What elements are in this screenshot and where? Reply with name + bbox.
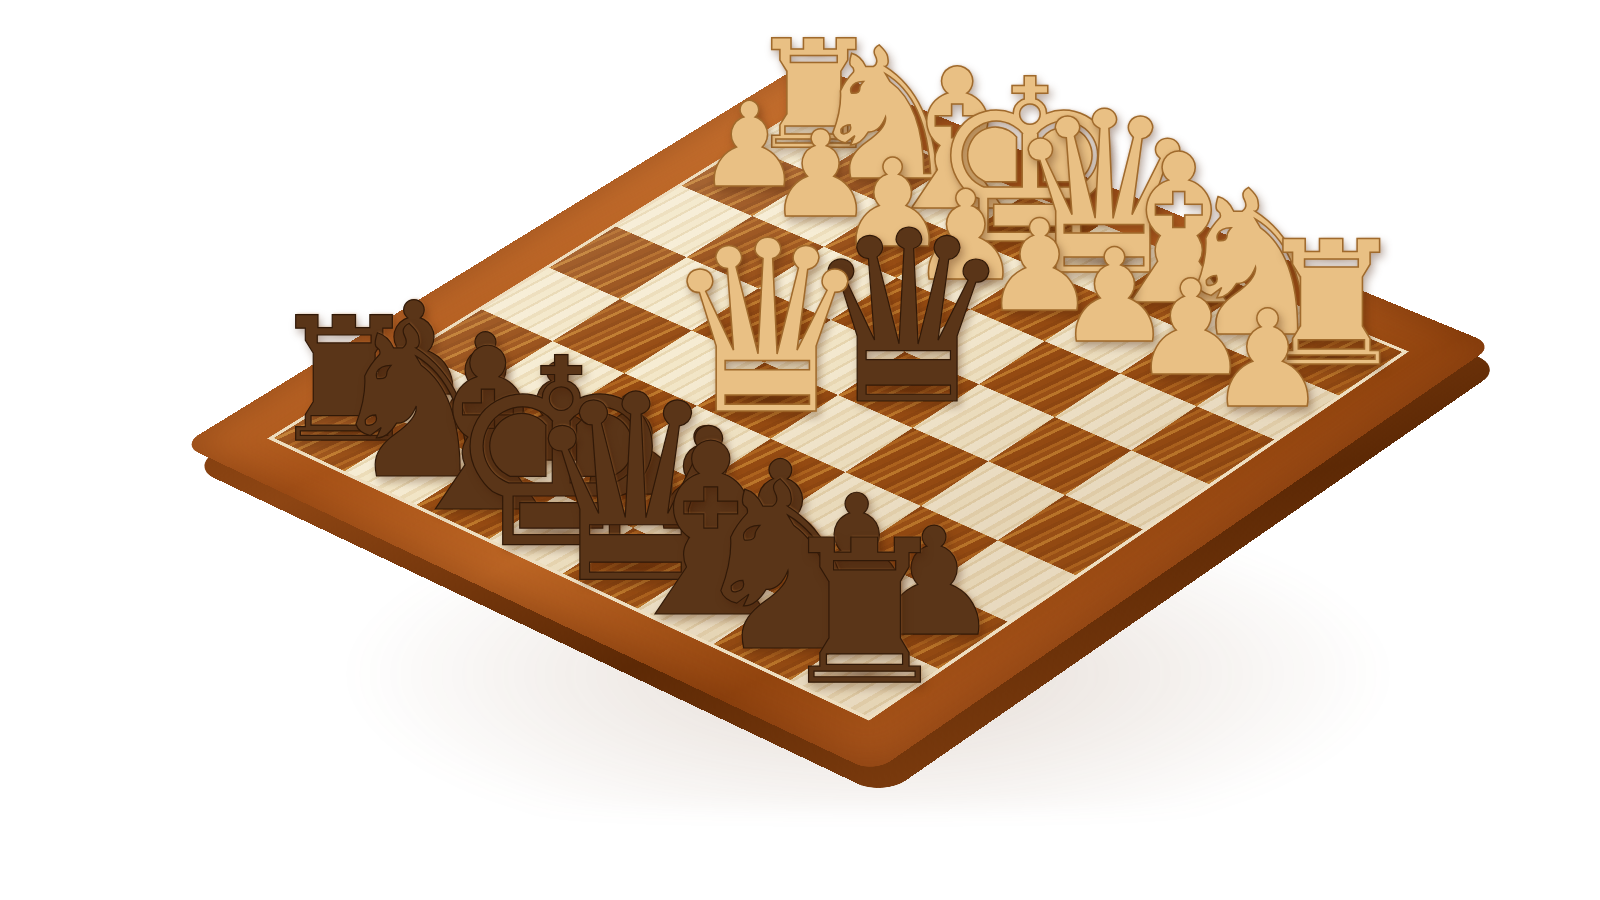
product-photo-scene: ♜♞♝♛♚♝♞♜♟♟♟♟♟♟♟♟♛♛♟♟♟♟♟♟♟♟♜♞♝♛♚♝♞♜: [0, 0, 1600, 900]
